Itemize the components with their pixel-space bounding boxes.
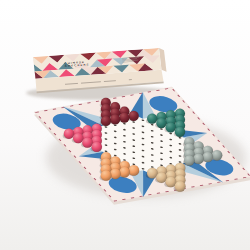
marble-gray: [193, 153, 204, 164]
marble-teal: [156, 118, 166, 128]
marble-pink: [82, 137, 93, 148]
marble-teal: [147, 113, 157, 123]
marble-tan: [175, 181, 186, 192]
marble-orange: [110, 168, 121, 179]
marble-gray: [202, 152, 213, 163]
game-board: [34, 87, 250, 205]
marble-orange: [119, 167, 130, 178]
marble-dark-red: [119, 112, 129, 122]
marble-dark-red: [101, 116, 111, 126]
marble-dark-red: [129, 111, 139, 121]
marble-pink: [73, 133, 83, 143]
marble-pink: [64, 128, 74, 138]
marble-pink: [91, 142, 102, 153]
product-photo-scene: CHINESE CHECKERS: [0, 0, 250, 250]
marble-orange: [128, 165, 139, 176]
marble-gray: [184, 155, 195, 166]
marble-gray: [212, 150, 223, 161]
marble-orange: [101, 170, 112, 181]
marble-teal: [166, 122, 176, 132]
marble-teal: [175, 127, 185, 137]
marble-dark-red: [110, 114, 120, 124]
scene-svg: CHINESE CHECKERS: [0, 0, 250, 250]
